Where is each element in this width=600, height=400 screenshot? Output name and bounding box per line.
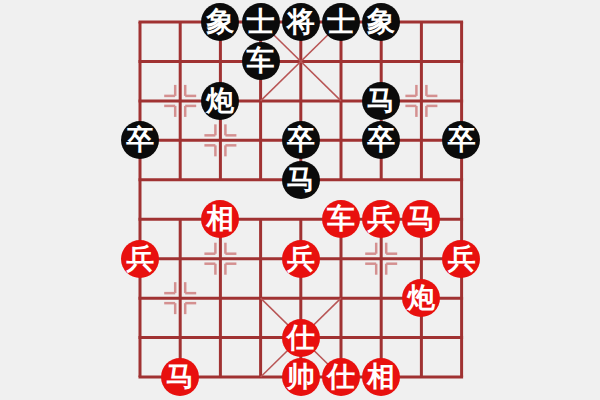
piece-red-soldier-c[interactable]: 兵 — [442, 240, 480, 278]
piece-red-chariot[interactable]: 车 — [322, 200, 360, 238]
piece-black-advisor-left[interactable]: 士 — [242, 3, 280, 41]
piece-red-horse-left[interactable]: 马 — [161, 358, 199, 396]
xiangqi-app: 象士将士象车炮马卒卒卒卒马相车兵马兵兵兵炮仕马帅仕相 — [0, 0, 600, 400]
piece-red-advisor-a[interactable]: 仕 — [282, 319, 320, 357]
piece-red-cannon[interactable]: 炮 — [402, 279, 440, 317]
piece-black-soldier-d[interactable]: 卒 — [442, 121, 480, 159]
piece-black-horse-center[interactable]: 马 — [282, 161, 320, 199]
piece-red-elephant-right[interactable]: 相 — [362, 358, 400, 396]
piece-red-horse-right[interactable]: 马 — [402, 200, 440, 238]
piece-black-soldier-a[interactable]: 卒 — [121, 121, 159, 159]
piece-red-elephant-left[interactable]: 相 — [201, 200, 239, 238]
piece-black-soldier-c[interactable]: 卒 — [362, 121, 400, 159]
piece-red-advisor-b[interactable]: 仕 — [322, 358, 360, 396]
piece-black-soldier-b[interactable]: 卒 — [282, 121, 320, 159]
piece-black-horse-right[interactable]: 马 — [362, 82, 400, 120]
piece-black-chariot[interactable]: 车 — [242, 42, 280, 80]
piece-black-elephant-left[interactable]: 象 — [201, 3, 239, 41]
piece-black-advisor-right[interactable]: 士 — [322, 3, 360, 41]
xiangqi-board: 象士将士象车炮马卒卒卒卒马相车兵马兵兵兵炮仕马帅仕相 — [120, 2, 482, 396]
piece-red-soldier-advanced[interactable]: 兵 — [362, 200, 400, 238]
piece-red-general[interactable]: 帅 — [282, 358, 320, 396]
piece-black-cannon[interactable]: 炮 — [201, 82, 239, 120]
piece-red-soldier-a[interactable]: 兵 — [121, 240, 159, 278]
piece-black-elephant-right[interactable]: 象 — [362, 3, 400, 41]
piece-red-soldier-b[interactable]: 兵 — [282, 240, 320, 278]
piece-black-general[interactable]: 将 — [282, 3, 320, 41]
